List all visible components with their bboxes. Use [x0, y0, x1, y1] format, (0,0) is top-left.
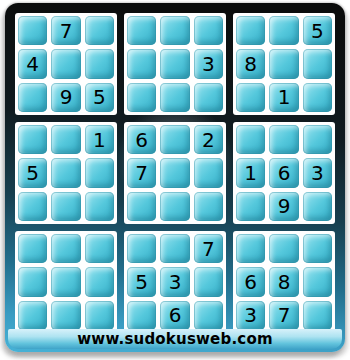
- sudoku-box: [15, 231, 117, 333]
- sudoku-cell[interactable]: [51, 125, 80, 154]
- sudoku-cell[interactable]: [85, 16, 114, 45]
- sudoku-cell[interactable]: [194, 267, 223, 296]
- sudoku-cell[interactable]: [269, 234, 298, 263]
- sudoku-cell[interactable]: 6: [269, 158, 298, 187]
- sudoku-cell[interactable]: [269, 49, 298, 78]
- sudoku-cell[interactable]: [160, 83, 189, 112]
- sudoku-cell[interactable]: 2: [194, 125, 223, 154]
- sudoku-cell[interactable]: [303, 301, 332, 330]
- footer-banner: www.sudokusweb.com: [8, 329, 342, 349]
- sudoku-cell[interactable]: [18, 301, 47, 330]
- sudoku-cell[interactable]: 5: [303, 16, 332, 45]
- sudoku-cell[interactable]: [269, 125, 298, 154]
- sudoku-cell[interactable]: 8: [269, 267, 298, 296]
- sudoku-cell[interactable]: 5: [85, 83, 114, 112]
- sudoku-cell[interactable]: [303, 49, 332, 78]
- sudoku-cell[interactable]: [236, 125, 265, 154]
- sudoku-cell[interactable]: [303, 234, 332, 263]
- sudoku-cell[interactable]: [160, 49, 189, 78]
- sudoku-cell[interactable]: [160, 234, 189, 263]
- sudoku-cell[interactable]: [303, 192, 332, 221]
- sudoku-cell[interactable]: [127, 83, 156, 112]
- sudoku-cell[interactable]: [18, 267, 47, 296]
- sudoku-cell[interactable]: [85, 49, 114, 78]
- sudoku-cell[interactable]: [51, 301, 80, 330]
- sudoku-cell[interactable]: [127, 49, 156, 78]
- sudoku-cell[interactable]: [51, 49, 80, 78]
- sudoku-cell[interactable]: 5: [127, 267, 156, 296]
- sudoku-cell[interactable]: [85, 192, 114, 221]
- website-url: www.sudokusweb.com: [77, 330, 272, 348]
- sudoku-box: 627: [124, 122, 226, 224]
- sudoku-box: 3: [124, 13, 226, 115]
- sudoku-cell[interactable]: 7: [127, 158, 156, 187]
- sudoku-cell[interactable]: [236, 83, 265, 112]
- sudoku-cell[interactable]: [194, 16, 223, 45]
- sudoku-cell[interactable]: [303, 83, 332, 112]
- sudoku-cell[interactable]: [194, 158, 223, 187]
- sudoku-cell[interactable]: 3: [303, 158, 332, 187]
- sudoku-cell[interactable]: [194, 301, 223, 330]
- sudoku-cell[interactable]: 7: [194, 234, 223, 263]
- sudoku-cell[interactable]: 1: [85, 125, 114, 154]
- sudoku-cell[interactable]: [127, 301, 156, 330]
- sudoku-cell[interactable]: 4: [18, 49, 47, 78]
- sudoku-cell[interactable]: 3: [236, 301, 265, 330]
- sudoku-cell[interactable]: 6: [160, 301, 189, 330]
- sudoku-cell[interactable]: [160, 125, 189, 154]
- sudoku-cell[interactable]: [303, 125, 332, 154]
- sudoku-cell[interactable]: [236, 234, 265, 263]
- sudoku-grid: 7495358115627163975366837: [15, 13, 335, 333]
- sudoku-cell[interactable]: [18, 125, 47, 154]
- sudoku-cell[interactable]: [85, 158, 114, 187]
- sudoku-cell[interactable]: [18, 16, 47, 45]
- sudoku-cell[interactable]: 3: [194, 49, 223, 78]
- sudoku-cell[interactable]: [127, 234, 156, 263]
- sudoku-cell[interactable]: 7: [51, 16, 80, 45]
- sudoku-cell[interactable]: [51, 234, 80, 263]
- sudoku-cell[interactable]: [194, 83, 223, 112]
- sudoku-cell[interactable]: [160, 16, 189, 45]
- sudoku-cell[interactable]: 3: [160, 267, 189, 296]
- sudoku-cell[interactable]: [18, 83, 47, 112]
- sudoku-cell[interactable]: [18, 234, 47, 263]
- sudoku-cell[interactable]: [85, 301, 114, 330]
- sudoku-cell[interactable]: [85, 234, 114, 263]
- sudoku-cell[interactable]: [51, 158, 80, 187]
- sudoku-cell[interactable]: 9: [269, 192, 298, 221]
- sudoku-cell[interactable]: [127, 16, 156, 45]
- sudoku-cell[interactable]: [160, 192, 189, 221]
- sudoku-cell[interactable]: [18, 192, 47, 221]
- sudoku-cell[interactable]: 5: [18, 158, 47, 187]
- sudoku-cell[interactable]: [236, 16, 265, 45]
- sudoku-cell[interactable]: [51, 267, 80, 296]
- sudoku-cell[interactable]: 7: [269, 301, 298, 330]
- sudoku-cell[interactable]: 1: [236, 158, 265, 187]
- sudoku-cell[interactable]: 6: [127, 125, 156, 154]
- sudoku-cell[interactable]: [236, 192, 265, 221]
- sudoku-cell[interactable]: 8: [236, 49, 265, 78]
- sudoku-cell[interactable]: [127, 192, 156, 221]
- sudoku-cell[interactable]: [303, 267, 332, 296]
- sudoku-cell[interactable]: [51, 192, 80, 221]
- sudoku-box: 15: [15, 122, 117, 224]
- sudoku-cell[interactable]: [269, 16, 298, 45]
- sudoku-board-frame: 7495358115627163975366837 www.sudokusweb…: [5, 3, 345, 352]
- sudoku-box: 7536: [124, 231, 226, 333]
- sudoku-cell[interactable]: [160, 158, 189, 187]
- sudoku-box: 1639: [233, 122, 335, 224]
- sudoku-box: 6837: [233, 231, 335, 333]
- sudoku-box: 581: [233, 13, 335, 115]
- sudoku-screenshot: 7495358115627163975366837 www.sudokusweb…: [0, 0, 350, 360]
- sudoku-cell[interactable]: 9: [51, 83, 80, 112]
- sudoku-cell[interactable]: [85, 267, 114, 296]
- sudoku-cell[interactable]: 1: [269, 83, 298, 112]
- sudoku-box: 7495: [15, 13, 117, 115]
- sudoku-cell[interactable]: [194, 192, 223, 221]
- sudoku-cell[interactable]: 6: [236, 267, 265, 296]
